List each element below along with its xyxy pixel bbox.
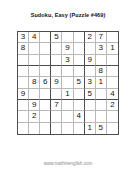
cell-r5c6: 5 — [74, 77, 85, 88]
cell-r8c7 — [85, 111, 96, 122]
cell-r4c4 — [51, 66, 62, 77]
cell-r2c9: 1 — [107, 43, 118, 54]
cell-r4c1 — [18, 66, 29, 77]
cell-r7c7 — [85, 100, 96, 111]
cell-r8c2: 2 — [29, 111, 40, 122]
cell-r3c2 — [29, 55, 40, 66]
cell-r9c9 — [107, 123, 118, 134]
cell-r6c4 — [51, 89, 62, 100]
cell-r4c6 — [74, 66, 85, 77]
cell-r2c5: 9 — [62, 43, 73, 54]
cell-r4c8: 8 — [96, 66, 107, 77]
cell-r3c8 — [96, 55, 107, 66]
cell-r8c3 — [40, 111, 51, 122]
cell-r1c3 — [40, 32, 51, 43]
cell-r2c2 — [29, 43, 40, 54]
cell-r8c6: 4 — [74, 111, 85, 122]
cell-r1c5 — [62, 32, 73, 43]
cell-r9c1 — [18, 123, 29, 134]
cell-r6c3 — [40, 89, 51, 100]
cell-r1c9 — [107, 32, 118, 43]
cell-r7c4: 7 — [51, 100, 62, 111]
cell-r6c9: 4 — [107, 89, 118, 100]
cell-r6c2 — [29, 89, 40, 100]
cell-r1c4: 5 — [51, 32, 62, 43]
cell-r9c8: 5 — [96, 123, 107, 134]
footer-url: www.mathinenglish.com — [0, 161, 136, 166]
cell-r3c9 — [107, 55, 118, 66]
cell-r2c4 — [51, 43, 62, 54]
cell-r3c4 — [51, 55, 62, 66]
cell-r3c6 — [74, 55, 85, 66]
cell-r8c4 — [51, 111, 62, 122]
cell-r8c1 — [18, 111, 29, 122]
cell-r9c2 — [29, 123, 40, 134]
cell-r7c1 — [18, 100, 29, 111]
cell-r9c4 — [51, 123, 62, 134]
cell-r8c5 — [62, 111, 73, 122]
cell-r5c7: 3 — [85, 77, 96, 88]
cell-r9c3 — [40, 123, 51, 134]
cell-r3c7: 9 — [85, 55, 96, 66]
cell-r4c9 — [107, 66, 118, 77]
cell-r4c5 — [62, 66, 73, 77]
cell-r4c2 — [29, 66, 40, 77]
cell-r6c6 — [74, 89, 85, 100]
cell-r9c7: 1 — [85, 123, 96, 134]
cell-r2c7 — [85, 43, 96, 54]
cell-r2c8: 3 — [96, 43, 107, 54]
cell-r9c6 — [74, 123, 85, 134]
cell-r5c1 — [18, 77, 29, 88]
cell-r7c2: 9 — [29, 100, 40, 111]
cell-r5c5 — [62, 77, 73, 88]
cell-r4c3 — [40, 66, 51, 77]
cell-r1c7: 2 — [85, 32, 96, 43]
cell-r7c8 — [96, 100, 107, 111]
cell-r3c5: 3 — [62, 55, 73, 66]
cell-r5c8: 1 — [96, 77, 107, 88]
cell-r6c8 — [96, 89, 107, 100]
cell-r7c6 — [74, 100, 85, 111]
cell-r1c2: 4 — [29, 32, 40, 43]
cell-r2c3 — [40, 43, 51, 54]
cell-r1c8: 7 — [96, 32, 107, 43]
cell-r9c5 — [62, 123, 73, 134]
cell-r7c5 — [62, 100, 73, 111]
sudoku-board: 34527893139886953191549722415 — [17, 31, 119, 135]
cell-r1c6 — [74, 32, 85, 43]
cell-r2c1: 8 — [18, 43, 29, 54]
cell-r3c3 — [40, 55, 51, 66]
cell-r3c1 — [18, 55, 29, 66]
cell-r7c3 — [40, 100, 51, 111]
cell-r5c9 — [107, 77, 118, 88]
cell-r7c9: 2 — [107, 100, 118, 111]
cell-r1c1: 3 — [18, 32, 29, 43]
page-title: Sudoku, Easy (Puzzle #469) — [0, 12, 136, 18]
cell-r5c4: 9 — [51, 77, 62, 88]
cell-r5c2: 8 — [29, 77, 40, 88]
cell-r5c3: 6 — [40, 77, 51, 88]
cell-r8c9 — [107, 111, 118, 122]
cell-r4c7 — [85, 66, 96, 77]
cell-r6c5: 1 — [62, 89, 73, 100]
cell-r8c8 — [96, 111, 107, 122]
cell-r6c1: 9 — [18, 89, 29, 100]
cell-r6c7: 5 — [85, 89, 96, 100]
cell-r2c6 — [74, 43, 85, 54]
